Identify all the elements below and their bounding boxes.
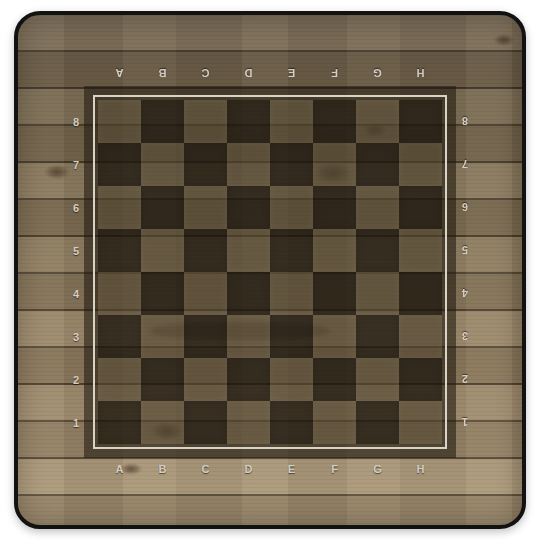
square-g7[interactable] [356,143,399,186]
square-g8[interactable] [356,100,399,143]
chess-board [98,100,442,444]
rank-label: 2 [457,358,473,401]
square-d1[interactable] [227,401,270,444]
square-h7[interactable] [399,143,442,186]
file-label: B [141,64,184,82]
square-f6[interactable] [313,186,356,229]
rank-label: 5 [457,229,473,272]
file-label: E [270,460,313,478]
file-label: F [313,460,356,478]
screenshot-background: A B C D E F G H A B C D E F G H 8 7 6 5 … [0,0,540,540]
file-label: H [399,64,442,82]
rank-labels-right: 8 7 6 5 4 3 2 1 [457,100,473,444]
square-h4[interactable] [399,272,442,315]
square-f4[interactable] [313,272,356,315]
square-g1[interactable] [356,401,399,444]
square-d8[interactable] [227,100,270,143]
square-c4[interactable] [184,272,227,315]
square-e5[interactable] [270,229,313,272]
rank-label: 4 [68,272,84,315]
square-b3[interactable] [141,315,184,358]
square-f1[interactable] [313,401,356,444]
file-label: E [270,64,313,82]
rank-label: 5 [68,229,84,272]
square-f2[interactable] [313,358,356,401]
file-labels-bottom: A B C D E F G H [98,460,442,478]
square-c1[interactable] [184,401,227,444]
square-h5[interactable] [399,229,442,272]
square-f8[interactable] [313,100,356,143]
rank-label: 7 [68,143,84,186]
square-d4[interactable] [227,272,270,315]
square-b1[interactable] [141,401,184,444]
rank-label: 1 [68,401,84,444]
square-e1[interactable] [270,401,313,444]
rank-label: 6 [68,186,84,229]
square-b2[interactable] [141,358,184,401]
file-labels-top: A B C D E F G H [98,64,442,82]
square-b7[interactable] [141,143,184,186]
square-c3[interactable] [184,315,227,358]
square-h1[interactable] [399,401,442,444]
square-g5[interactable] [356,229,399,272]
square-e3[interactable] [270,315,313,358]
file-label: G [356,64,399,82]
square-b6[interactable] [141,186,184,229]
rank-label: 6 [457,186,473,229]
rank-labels-left: 8 7 6 5 4 3 2 1 [68,100,84,444]
square-a6[interactable] [98,186,141,229]
file-label: A [98,460,141,478]
square-d5[interactable] [227,229,270,272]
rank-label: 3 [457,315,473,358]
rank-label: 8 [68,100,84,143]
square-a4[interactable] [98,272,141,315]
file-label: C [184,64,227,82]
square-d6[interactable] [227,186,270,229]
square-a3[interactable] [98,315,141,358]
square-c5[interactable] [184,229,227,272]
square-b5[interactable] [141,229,184,272]
rank-label: 3 [68,315,84,358]
square-h8[interactable] [399,100,442,143]
square-e7[interactable] [270,143,313,186]
board-inner-line [93,95,447,449]
board-frame [84,86,456,458]
square-b8[interactable] [141,100,184,143]
square-d2[interactable] [227,358,270,401]
square-c8[interactable] [184,100,227,143]
square-h2[interactable] [399,358,442,401]
square-a7[interactable] [98,143,141,186]
rank-label: 4 [457,272,473,315]
square-c7[interactable] [184,143,227,186]
square-e8[interactable] [270,100,313,143]
square-c6[interactable] [184,186,227,229]
square-g2[interactable] [356,358,399,401]
file-label: B [141,460,184,478]
rank-label: 2 [68,358,84,401]
file-label: D [227,460,270,478]
square-g6[interactable] [356,186,399,229]
square-f7[interactable] [313,143,356,186]
square-h6[interactable] [399,186,442,229]
square-d3[interactable] [227,315,270,358]
wood-knot [490,32,518,48]
square-g3[interactable] [356,315,399,358]
file-label: C [184,460,227,478]
file-label: A [98,64,141,82]
rank-label: 1 [457,401,473,444]
rank-label: 7 [457,143,473,186]
square-c2[interactable] [184,358,227,401]
square-e6[interactable] [270,186,313,229]
square-e2[interactable] [270,358,313,401]
square-a2[interactable] [98,358,141,401]
square-d7[interactable] [227,143,270,186]
square-g4[interactable] [356,272,399,315]
square-h3[interactable] [399,315,442,358]
rank-label: 8 [457,100,473,143]
square-a5[interactable] [98,229,141,272]
square-a8[interactable] [98,100,141,143]
file-label: H [399,460,442,478]
square-f5[interactable] [313,229,356,272]
file-label: D [227,64,270,82]
file-label: G [356,460,399,478]
square-f3[interactable] [313,315,356,358]
square-b4[interactable] [141,272,184,315]
square-e4[interactable] [270,272,313,315]
file-label: F [313,64,356,82]
square-a1[interactable] [98,401,141,444]
chess-mat: A B C D E F G H A B C D E F G H 8 7 6 5 … [14,11,526,529]
